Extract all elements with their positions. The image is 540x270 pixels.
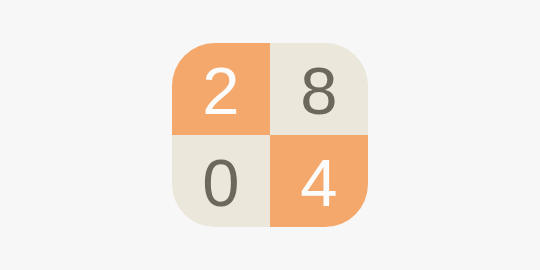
tile-4: 4 [270, 135, 368, 227]
2048-app-icon-board[interactable]: 2 8 0 4 [172, 43, 368, 227]
banner-background: 2 8 0 4 [0, 0, 540, 270]
tile-2-value: 2 [202, 57, 239, 124]
tile-0: 0 [172, 135, 270, 227]
tile-4-value: 4 [300, 149, 337, 216]
tile-2: 2 [172, 43, 270, 135]
tile-8: 8 [270, 43, 368, 135]
tile-0-value: 0 [202, 149, 239, 216]
tile-8-value: 8 [300, 57, 337, 124]
